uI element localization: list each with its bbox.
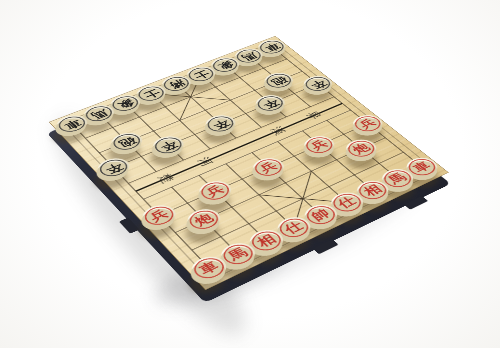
piece-character: 兵 xyxy=(203,183,226,198)
piece-red-soldier-a3[interactable]: 兵 xyxy=(137,201,182,230)
piece-red-cannon-h2[interactable]: 炮 xyxy=(340,136,382,162)
case-clasp-tab xyxy=(119,218,139,234)
piece-red-soldier-c3[interactable]: 兵 xyxy=(193,177,237,205)
piece-black-cannon-b7[interactable]: 砲 xyxy=(106,129,147,154)
piece-character: 馬 xyxy=(89,108,110,121)
piece-character: 砲 xyxy=(269,75,289,87)
piece-character: 車 xyxy=(196,259,221,276)
piece-character: 炮 xyxy=(192,212,215,227)
piece-character: 象 xyxy=(115,98,136,110)
piece-character: 馬 xyxy=(226,246,250,262)
piece-character: 卒 xyxy=(158,139,180,152)
piece-character: 兵 xyxy=(257,160,279,174)
piece-character: 馬 xyxy=(386,171,409,185)
piece-black-soldier-e6[interactable]: 卒 xyxy=(200,112,241,136)
piece-black-soldier-g6[interactable]: 卒 xyxy=(250,92,290,115)
piece-character: 炮 xyxy=(350,142,372,155)
piece-black-soldier-a6[interactable]: 卒 xyxy=(92,155,135,182)
piece-character: 兵 xyxy=(147,208,170,223)
piece-character: 卒 xyxy=(103,161,125,175)
piece-red-soldier-g3[interactable]: 兵 xyxy=(298,133,340,158)
piece-character: 將 xyxy=(166,78,186,90)
piece-character: 馬 xyxy=(239,51,259,62)
piece-red-soldier-i3[interactable]: 兵 xyxy=(347,112,388,136)
piece-black-soldier-c6[interactable]: 卒 xyxy=(148,133,190,159)
piece-character: 仕 xyxy=(282,220,306,236)
piece-character: 仕 xyxy=(335,195,358,210)
piece-character: 兵 xyxy=(357,117,378,130)
case-clasp-tab xyxy=(313,239,339,254)
piece-character: 相 xyxy=(361,183,384,198)
piece-red-cannon-b2[interactable]: 炮 xyxy=(181,205,226,235)
piece-black-soldier-i6[interactable]: 卒 xyxy=(298,73,337,95)
case-clasp-tab xyxy=(404,196,428,210)
board-surface: 楚河漢界 車馬象士將士象馬車砲砲卒卒卒卒卒兵兵兵兵兵炮炮車馬相仕帥仕相馬車 xyxy=(49,36,449,290)
piece-character: 卒 xyxy=(308,78,329,90)
xiangqi-board: 車馬象士將士象馬車砲砲卒卒卒卒卒兵兵兵兵兵炮炮車馬相仕帥仕相馬車 xyxy=(52,37,444,285)
xiangqi-photo-scene: 楚河漢界 車馬象士將士象馬車砲砲卒卒卒卒卒兵兵兵兵兵炮炮車馬相仕帥仕相馬車 xyxy=(0,0,500,348)
piece-character: 卒 xyxy=(210,118,231,131)
piece-character: 車 xyxy=(262,42,282,53)
piece-red-soldier-e3[interactable]: 兵 xyxy=(247,154,290,181)
piece-character: 士 xyxy=(141,88,162,100)
piece-character: 砲 xyxy=(116,136,138,149)
piece-character: 相 xyxy=(254,233,278,249)
piece-character: 兵 xyxy=(308,138,330,151)
piece-character: 卒 xyxy=(260,98,281,110)
piece-character: 象 xyxy=(215,60,235,71)
piece-character: 帥 xyxy=(309,207,332,222)
piece-character: 車 xyxy=(410,160,432,174)
piece-character: 車 xyxy=(62,118,83,131)
piece-black-cannon-h7[interactable]: 砲 xyxy=(259,70,298,92)
piece-character: 士 xyxy=(191,69,211,80)
